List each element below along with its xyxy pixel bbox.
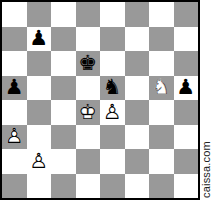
- square-b7[interactable]: ♟: [27, 27, 52, 52]
- square-h5[interactable]: ♟: [174, 76, 199, 101]
- piece-white-king-d4: ♔: [76, 100, 101, 125]
- square-a7[interactable]: [2, 27, 27, 52]
- square-b6[interactable]: [27, 51, 52, 76]
- square-a5[interactable]: ♟: [2, 76, 27, 101]
- square-g4[interactable]: [149, 100, 174, 125]
- square-e7[interactable]: [100, 27, 125, 52]
- square-b5[interactable]: [27, 76, 52, 101]
- square-f6[interactable]: [125, 51, 150, 76]
- square-g1[interactable]: [149, 174, 174, 199]
- square-h8[interactable]: [174, 2, 199, 27]
- square-c3[interactable]: [51, 125, 76, 150]
- square-d6[interactable]: ♚: [76, 51, 101, 76]
- square-e2[interactable]: [100, 149, 125, 174]
- square-b3[interactable]: [27, 125, 52, 150]
- square-b8[interactable]: [27, 2, 52, 27]
- square-b4[interactable]: [27, 100, 52, 125]
- square-e8[interactable]: [100, 2, 125, 27]
- square-d8[interactable]: [76, 2, 101, 27]
- square-f8[interactable]: [125, 2, 150, 27]
- square-c1[interactable]: [51, 174, 76, 199]
- square-d4[interactable]: ♚♔: [76, 100, 101, 125]
- square-a6[interactable]: [2, 51, 27, 76]
- piece-white-knight-g5: ♘: [149, 76, 174, 101]
- square-f7[interactable]: [125, 27, 150, 52]
- square-c8[interactable]: [51, 2, 76, 27]
- piece-white-pawn-a3: ♙: [2, 125, 27, 150]
- square-h7[interactable]: [174, 27, 199, 52]
- chess-diagram: ♟♚♟♞♞♘♟♚♔♟♙♟♙♟♙ caissa.com: [0, 0, 212, 200]
- square-b2[interactable]: ♟♙: [27, 149, 52, 174]
- piece-black-knight-e5: ♞: [100, 76, 125, 101]
- square-e3[interactable]: [100, 125, 125, 150]
- square-g5[interactable]: ♞♘: [149, 76, 174, 101]
- chess-board: ♟♚♟♞♞♘♟♚♔♟♙♟♙♟♙: [0, 0, 200, 200]
- square-a8[interactable]: [2, 2, 27, 27]
- square-c6[interactable]: [51, 51, 76, 76]
- square-d7[interactable]: [76, 27, 101, 52]
- square-c5[interactable]: [51, 76, 76, 101]
- square-h6[interactable]: [174, 51, 199, 76]
- watermark-strip: caissa.com: [200, 0, 212, 200]
- square-g3[interactable]: [149, 125, 174, 150]
- square-d3[interactable]: [76, 125, 101, 150]
- square-g8[interactable]: [149, 2, 174, 27]
- square-a2[interactable]: [2, 149, 27, 174]
- square-d1[interactable]: [76, 174, 101, 199]
- piece-white-pawn-b2: ♙: [27, 149, 52, 174]
- square-g2[interactable]: [149, 149, 174, 174]
- square-a1[interactable]: [2, 174, 27, 199]
- piece-black-pawn-b7: ♟: [27, 27, 52, 52]
- piece-black-pawn-a5: ♟: [2, 76, 27, 101]
- square-d5[interactable]: [76, 76, 101, 101]
- square-a3[interactable]: ♟♙: [2, 125, 27, 150]
- square-e4[interactable]: ♟♙: [100, 100, 125, 125]
- piece-black-king-d6: ♚: [76, 51, 101, 76]
- watermark-text: caissa.com: [200, 141, 212, 200]
- square-g6[interactable]: [149, 51, 174, 76]
- piece-black-pawn-h5: ♟: [174, 76, 199, 101]
- square-g7[interactable]: [149, 27, 174, 52]
- piece-white-pawn-e4: ♙: [100, 100, 125, 125]
- square-f3[interactable]: [125, 125, 150, 150]
- square-h4[interactable]: [174, 100, 199, 125]
- square-f2[interactable]: [125, 149, 150, 174]
- square-f1[interactable]: [125, 174, 150, 199]
- square-e5[interactable]: ♞: [100, 76, 125, 101]
- square-h3[interactable]: [174, 125, 199, 150]
- square-c4[interactable]: [51, 100, 76, 125]
- square-b1[interactable]: [27, 174, 52, 199]
- square-c7[interactable]: [51, 27, 76, 52]
- square-f5[interactable]: [125, 76, 150, 101]
- square-h2[interactable]: [174, 149, 199, 174]
- square-d2[interactable]: [76, 149, 101, 174]
- square-h1[interactable]: [174, 174, 199, 199]
- square-e1[interactable]: [100, 174, 125, 199]
- square-e6[interactable]: [100, 51, 125, 76]
- square-f4[interactable]: [125, 100, 150, 125]
- square-a4[interactable]: [2, 100, 27, 125]
- square-c2[interactable]: [51, 149, 76, 174]
